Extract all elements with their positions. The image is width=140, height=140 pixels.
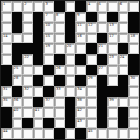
grid-cell[interactable]: 9 (75, 12, 86, 23)
grid-cell[interactable]: 2 (22, 1, 33, 12)
grid-cell[interactable]: 24 (118, 54, 129, 65)
clue-number: 25 (14, 66, 19, 70)
black-cell (128, 12, 139, 23)
grid-cell[interactable]: 20 (65, 43, 76, 54)
grid-cell[interactable] (33, 65, 44, 76)
grid-cell[interactable] (65, 86, 76, 97)
clue-number: 3 (45, 2, 47, 6)
clue-number: 37 (45, 98, 50, 102)
black-cell (65, 97, 76, 108)
clue-number: 24 (120, 55, 125, 59)
black-cell (118, 43, 129, 54)
grid-cell[interactable] (22, 97, 33, 108)
grid-cell[interactable] (86, 97, 97, 108)
grid-cell[interactable] (12, 1, 23, 12)
grid-cell[interactable]: 11 (75, 22, 86, 33)
black-cell (128, 65, 139, 76)
grid-cell[interactable]: 21 (97, 43, 108, 54)
grid-cell[interactable] (65, 54, 76, 65)
grid-cell[interactable]: 25 (12, 65, 23, 76)
clue-number: 16 (77, 34, 82, 38)
grid-cell[interactable]: 45 (86, 128, 97, 139)
grid-cell[interactable] (33, 1, 44, 12)
grid-cell[interactable]: 19 (43, 43, 54, 54)
black-cell (107, 86, 118, 97)
grid-cell[interactable]: 41 (33, 107, 44, 118)
grid-cell[interactable]: 7 (43, 12, 54, 23)
clue-number: 28 (14, 76, 19, 80)
grid-cell[interactable] (12, 33, 23, 44)
clue-number: 15 (45, 34, 50, 38)
black-cell (65, 22, 76, 33)
grid-cell[interactable] (22, 12, 33, 23)
clue-number: 41 (35, 108, 40, 112)
grid-cell[interactable]: 44 (1, 128, 12, 139)
black-cell (97, 107, 108, 118)
grid-cell[interactable] (22, 33, 33, 44)
black-cell (118, 107, 129, 118)
clue-number: 9 (77, 13, 79, 17)
grid-cell[interactable]: 22 (22, 54, 33, 65)
clue-number: 8 (56, 13, 58, 17)
grid-cell[interactable] (54, 33, 65, 44)
grid-cell[interactable] (107, 75, 118, 86)
grid-cell[interactable] (128, 128, 139, 139)
grid-cell[interactable] (22, 107, 33, 118)
black-cell (12, 12, 23, 23)
black-cell (33, 22, 44, 33)
black-cell (33, 75, 44, 86)
grid-cell[interactable] (33, 128, 44, 139)
grid-cell[interactable]: 34 (75, 86, 86, 97)
clue-number: 21 (99, 44, 104, 48)
clue-number: 6 (120, 2, 122, 6)
grid-cell[interactable] (118, 22, 129, 33)
black-cell (43, 118, 54, 129)
grid-cell[interactable] (1, 12, 12, 23)
grid-cell[interactable] (128, 97, 139, 108)
grid-cell[interactable]: 36 (12, 97, 23, 108)
grid-cell[interactable]: 23 (107, 54, 118, 65)
grid-cell[interactable] (65, 128, 76, 139)
clue-number: 11 (77, 23, 82, 27)
grid-cell[interactable]: 40 (12, 107, 23, 118)
black-cell (118, 75, 129, 86)
black-cell (12, 22, 23, 33)
grid-cell[interactable] (128, 107, 139, 118)
grid-cell[interactable]: 38 (75, 97, 86, 108)
black-cell (75, 75, 86, 86)
black-cell (65, 118, 76, 129)
grid-cell[interactable] (54, 22, 65, 33)
grid-cell[interactable] (107, 118, 118, 129)
grid-cell[interactable] (97, 22, 108, 33)
grid-cell[interactable] (86, 118, 97, 129)
clue-number: 1 (3, 2, 5, 6)
grid-cell[interactable] (118, 128, 129, 139)
grid-cell[interactable] (22, 75, 33, 86)
grid-cell[interactable] (128, 43, 139, 54)
grid-cell[interactable]: 27 (97, 65, 108, 76)
grid-cell[interactable] (43, 107, 54, 118)
clue-number: 36 (14, 98, 19, 102)
grid-cell[interactable]: 8 (54, 12, 65, 23)
grid-cell[interactable]: 26 (54, 65, 65, 76)
grid-cell[interactable]: 17 (107, 33, 118, 44)
grid-cell[interactable]: 6 (118, 1, 129, 12)
grid-cell[interactable] (107, 1, 118, 12)
grid-cell[interactable] (54, 97, 65, 108)
crossword-page: 1234567891011121314151617181920212223242… (0, 0, 140, 140)
clue-number: 18 (130, 34, 135, 38)
grid-cell[interactable] (65, 75, 76, 86)
grid-cell[interactable] (107, 43, 118, 54)
grid-cell[interactable]: 3 (43, 1, 54, 12)
clue-number: 33 (56, 87, 61, 91)
grid-cell[interactable] (75, 43, 86, 54)
grid-cell[interactable]: 18 (128, 33, 139, 44)
grid-cell[interactable] (33, 118, 44, 129)
black-cell (97, 33, 108, 44)
black-cell (33, 12, 44, 23)
grid-cell[interactable] (33, 86, 44, 97)
black-cell (1, 65, 12, 76)
grid-cell[interactable]: 14 (1, 33, 12, 44)
grid-cell[interactable] (128, 118, 139, 129)
grid-cell[interactable] (1, 22, 12, 33)
black-cell (1, 118, 12, 129)
grid-cell[interactable] (107, 65, 118, 76)
grid-cell[interactable] (43, 75, 54, 86)
grid-cell[interactable]: 13 (107, 22, 118, 33)
black-cell (97, 97, 108, 108)
black-cell (12, 86, 23, 97)
clue-number: 39 (109, 98, 114, 102)
grid-cell[interactable] (118, 65, 129, 76)
grid-cell[interactable]: 35 (1, 97, 12, 108)
black-cell (97, 118, 108, 129)
black-cell (33, 54, 44, 65)
grid-cell[interactable] (43, 54, 54, 65)
clue-number: 34 (77, 87, 82, 91)
black-cell (118, 86, 129, 97)
grid-cell[interactable] (118, 12, 129, 23)
grid-cell[interactable] (22, 128, 33, 139)
grid-cell[interactable] (12, 128, 23, 139)
clue-number: 5 (99, 2, 101, 6)
clue-number: 32 (24, 87, 29, 91)
clue-number: 26 (56, 66, 61, 70)
grid-cell[interactable] (97, 12, 108, 23)
black-cell (97, 54, 108, 65)
black-cell (75, 54, 86, 65)
grid-cell[interactable]: 32 (22, 86, 33, 97)
clue-number: 7 (45, 13, 47, 17)
clue-number: 4 (88, 2, 90, 6)
black-cell (43, 65, 54, 76)
clue-number: 23 (109, 55, 114, 59)
grid-cell[interactable]: 16 (75, 33, 86, 44)
clue-number: 2 (24, 2, 26, 6)
grid-cell[interactable]: 31 (1, 86, 12, 97)
grid-cell[interactable]: 30 (128, 75, 139, 86)
grid-cell[interactable] (128, 86, 139, 97)
black-cell (43, 86, 54, 97)
clue-number: 13 (109, 23, 114, 27)
grid-cell[interactable] (86, 107, 97, 118)
black-cell (1, 107, 12, 118)
grid-cell[interactable] (86, 86, 97, 97)
grid-cell[interactable] (43, 128, 54, 139)
clue-number: 10 (45, 23, 50, 27)
clue-number: 27 (99, 66, 104, 70)
clue-number: 42 (77, 108, 82, 112)
black-cell (22, 118, 33, 129)
black-cell (118, 118, 129, 129)
clue-number: 29 (88, 76, 93, 80)
grid-cell[interactable]: 4 (86, 1, 97, 12)
clue-number: 40 (14, 108, 19, 112)
grid-cell[interactable] (118, 97, 129, 108)
clue-number: 20 (67, 44, 72, 48)
grid-cell[interactable] (97, 128, 108, 139)
black-cell (86, 12, 97, 23)
grid-cell[interactable] (54, 107, 65, 118)
grid-cell[interactable]: 42 (75, 107, 86, 118)
black-cell (65, 12, 76, 23)
black-cell (86, 65, 97, 76)
clue-number: 19 (45, 44, 50, 48)
grid-cell[interactable] (86, 33, 97, 44)
clue-number: 43 (77, 119, 82, 123)
black-cell (65, 33, 76, 44)
grid-cell[interactable] (1, 43, 12, 54)
grid-cell[interactable] (54, 43, 65, 54)
black-cell (54, 75, 65, 86)
grid-cell[interactable] (75, 65, 86, 76)
black-cell (75, 1, 86, 12)
black-cell (128, 22, 139, 33)
black-cell (1, 75, 12, 86)
clue-number: 12 (88, 23, 93, 27)
black-cell (97, 86, 108, 97)
grid-cell[interactable] (107, 107, 118, 118)
black-cell (128, 54, 139, 65)
grid-cell[interactable]: 15 (43, 33, 54, 44)
black-cell (65, 107, 76, 118)
black-cell (54, 54, 65, 65)
grid-cell[interactable]: 33 (54, 86, 65, 97)
grid-cell[interactable] (65, 1, 76, 12)
clue-number: 14 (3, 34, 8, 38)
grid-cell[interactable] (118, 33, 129, 44)
black-cell (12, 43, 23, 54)
black-cell (97, 75, 108, 86)
black-cell (54, 128, 65, 139)
clue-number: 22 (24, 55, 29, 59)
grid-cell[interactable]: 37 (43, 97, 54, 108)
black-cell (86, 43, 97, 54)
grid-cell[interactable]: 12 (86, 22, 97, 33)
grid-cell[interactable]: 39 (107, 97, 118, 108)
black-cell (33, 33, 44, 44)
black-cell (75, 128, 86, 139)
clue-number: 35 (3, 98, 8, 102)
grid-cell[interactable] (12, 118, 23, 129)
grid-cell[interactable] (107, 128, 118, 139)
grid-cell[interactable]: 1 (1, 1, 12, 12)
black-cell (22, 43, 33, 54)
grid-cell[interactable]: 43 (75, 118, 86, 129)
grid-cell[interactable] (54, 118, 65, 129)
grid-cell[interactable] (22, 22, 33, 33)
grid-cell[interactable]: 28 (12, 75, 23, 86)
black-cell (33, 43, 44, 54)
black-cell (12, 54, 23, 65)
clue-number: 45 (88, 129, 93, 133)
grid-cell[interactable]: 10 (43, 22, 54, 33)
grid-cell[interactable] (1, 54, 12, 65)
grid-cell[interactable] (65, 65, 76, 76)
clue-number: 44 (3, 129, 8, 133)
clue-number: 38 (77, 98, 82, 102)
clue-number: 30 (130, 76, 135, 80)
grid-cell[interactable]: 5 (97, 1, 108, 12)
grid-cell[interactable]: 29 (86, 75, 97, 86)
black-cell (33, 97, 44, 108)
grid-cell[interactable] (128, 1, 139, 12)
black-cell (54, 1, 65, 12)
clue-number: 31 (3, 87, 8, 91)
grid-cell[interactable] (22, 65, 33, 76)
grid-cell[interactable] (86, 54, 97, 65)
crossword-grid: 1234567891011121314151617181920212223242… (0, 0, 140, 140)
black-cell (107, 12, 118, 23)
clue-number: 17 (109, 34, 114, 38)
